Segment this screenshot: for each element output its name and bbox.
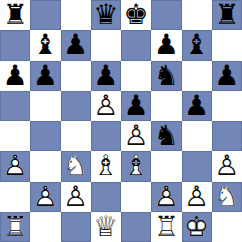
black-rook[interactable]: ♜	[3, 1, 28, 29]
piece-outline: ♙	[214, 152, 239, 180]
square-f4[interactable]: ♞	[151, 121, 181, 151]
piece-outline: ♙	[63, 183, 88, 211]
white-knight[interactable]: ♞♘	[214, 183, 239, 211]
square-h3[interactable]: ♟♙	[212, 151, 242, 181]
square-f6[interactable]: ♞	[151, 61, 181, 91]
square-c2[interactable]: ♟♙	[61, 182, 91, 212]
square-f8[interactable]	[151, 0, 181, 30]
black-pawn[interactable]: ♟	[184, 92, 209, 120]
piece-outline: ♔	[184, 213, 209, 241]
square-d1[interactable]: ♛♕	[91, 212, 121, 242]
black-pawn[interactable]: ♟	[63, 31, 88, 59]
black-king[interactable]: ♚	[124, 1, 149, 29]
square-h8[interactable]: ♜	[212, 0, 242, 30]
piece-outline: ♙	[3, 152, 28, 180]
square-a5[interactable]	[0, 91, 30, 121]
black-bishop[interactable]: ♝	[33, 31, 58, 59]
white-knight[interactable]: ♞♘	[63, 152, 88, 180]
square-e7[interactable]	[121, 30, 151, 60]
white-pawn[interactable]: ♟♙	[184, 183, 209, 211]
square-c8[interactable]	[61, 0, 91, 30]
square-d2[interactable]	[91, 182, 121, 212]
square-f2[interactable]: ♟♙	[151, 182, 181, 212]
black-pawn[interactable]: ♟	[124, 92, 149, 120]
square-b6[interactable]: ♟	[30, 61, 60, 91]
square-e2[interactable]	[121, 182, 151, 212]
square-g7[interactable]: ♝	[182, 30, 212, 60]
white-pawn[interactable]: ♟♙	[63, 183, 88, 211]
square-g1[interactable]: ♚♔	[182, 212, 212, 242]
square-a7[interactable]	[0, 30, 30, 60]
square-c1[interactable]	[61, 212, 91, 242]
white-queen[interactable]: ♛♕	[93, 213, 118, 241]
square-f7[interactable]: ♟	[151, 30, 181, 60]
square-e1[interactable]	[121, 212, 151, 242]
piece-outline: ♖	[3, 213, 28, 241]
square-g2[interactable]: ♟♙	[182, 182, 212, 212]
square-b3[interactable]	[30, 151, 60, 181]
square-e6[interactable]	[121, 61, 151, 91]
piece-outline: ♙	[154, 183, 179, 211]
white-king[interactable]: ♚♔	[184, 213, 209, 241]
square-h1[interactable]	[212, 212, 242, 242]
square-d5[interactable]: ♟♙	[91, 91, 121, 121]
white-rook[interactable]: ♜♖	[154, 213, 179, 241]
piece-outline: ♕	[93, 213, 118, 241]
square-c5[interactable]	[61, 91, 91, 121]
square-a8[interactable]: ♜	[0, 0, 30, 30]
square-a4[interactable]	[0, 121, 30, 151]
white-rook[interactable]: ♜♖	[3, 213, 28, 241]
white-pawn[interactable]: ♟♙	[124, 122, 149, 150]
square-f3[interactable]	[151, 151, 181, 181]
square-b5[interactable]	[30, 91, 60, 121]
piece-outline: ♙	[93, 92, 118, 120]
square-a6[interactable]: ♟	[0, 61, 30, 91]
chess-board: ♜♛♚♜♝♟♟♝♟♟♟♞♟♟♙♟♟♟♙♞♟♙♞♘♝♗♝♗♟♙♟♙♟♙♟♙♟♙♞♘…	[0, 0, 242, 242]
piece-outline: ♗	[124, 152, 149, 180]
square-d8[interactable]: ♛	[91, 0, 121, 30]
square-b8[interactable]	[30, 0, 60, 30]
piece-outline: ♙	[124, 122, 149, 150]
square-a2[interactable]	[0, 182, 30, 212]
white-pawn[interactable]: ♟♙	[93, 92, 118, 120]
square-g4[interactable]	[182, 121, 212, 151]
white-pawn[interactable]: ♟♙	[3, 152, 28, 180]
square-d4[interactable]	[91, 121, 121, 151]
piece-outline: ♗	[93, 152, 118, 180]
white-pawn[interactable]: ♟♙	[154, 183, 179, 211]
square-d7[interactable]	[91, 30, 121, 60]
black-knight[interactable]: ♞	[154, 122, 179, 150]
white-pawn[interactable]: ♟♙	[33, 183, 58, 211]
square-b1[interactable]	[30, 212, 60, 242]
square-e8[interactable]: ♚	[121, 0, 151, 30]
black-pawn[interactable]: ♟	[154, 31, 179, 59]
black-rook[interactable]: ♜	[214, 1, 239, 29]
square-e5[interactable]: ♟	[121, 91, 151, 121]
square-c4[interactable]	[61, 121, 91, 151]
square-g5[interactable]: ♟	[182, 91, 212, 121]
square-h6[interactable]: ♟	[212, 61, 242, 91]
square-d3[interactable]: ♝♗	[91, 151, 121, 181]
square-g3[interactable]	[182, 151, 212, 181]
black-pawn[interactable]: ♟	[214, 62, 239, 90]
piece-outline: ♙	[184, 183, 209, 211]
black-knight[interactable]: ♞	[154, 62, 179, 90]
square-h5[interactable]	[212, 91, 242, 121]
black-pawn[interactable]: ♟	[93, 62, 118, 90]
black-bishop[interactable]: ♝	[184, 31, 209, 59]
square-b4[interactable]	[30, 121, 60, 151]
square-c7[interactable]: ♟	[61, 30, 91, 60]
square-a3[interactable]: ♟♙	[0, 151, 30, 181]
square-f1[interactable]: ♜♖	[151, 212, 181, 242]
black-queen[interactable]: ♛	[93, 1, 118, 29]
square-c3[interactable]: ♞♘	[61, 151, 91, 181]
piece-outline: ♖	[154, 213, 179, 241]
piece-outline: ♙	[33, 183, 58, 211]
square-h2[interactable]: ♞♘	[212, 182, 242, 212]
square-h4[interactable]	[212, 121, 242, 151]
square-d6[interactable]: ♟	[91, 61, 121, 91]
square-e3[interactable]: ♝♗	[121, 151, 151, 181]
square-g8[interactable]	[182, 0, 212, 30]
black-pawn[interactable]: ♟	[3, 62, 28, 90]
white-bishop[interactable]: ♝♗	[93, 152, 118, 180]
square-a1[interactable]: ♜♖	[0, 212, 30, 242]
square-h7[interactable]	[212, 30, 242, 60]
white-bishop[interactable]: ♝♗	[124, 152, 149, 180]
square-g6[interactable]	[182, 61, 212, 91]
square-c6[interactable]	[61, 61, 91, 91]
piece-outline: ♘	[214, 183, 239, 211]
piece-outline: ♘	[63, 152, 88, 180]
square-e4[interactable]: ♟♙	[121, 121, 151, 151]
white-pawn[interactable]: ♟♙	[214, 152, 239, 180]
square-f5[interactable]	[151, 91, 181, 121]
black-pawn[interactable]: ♟	[33, 62, 58, 90]
square-b7[interactable]: ♝	[30, 30, 60, 60]
square-b2[interactable]: ♟♙	[30, 182, 60, 212]
